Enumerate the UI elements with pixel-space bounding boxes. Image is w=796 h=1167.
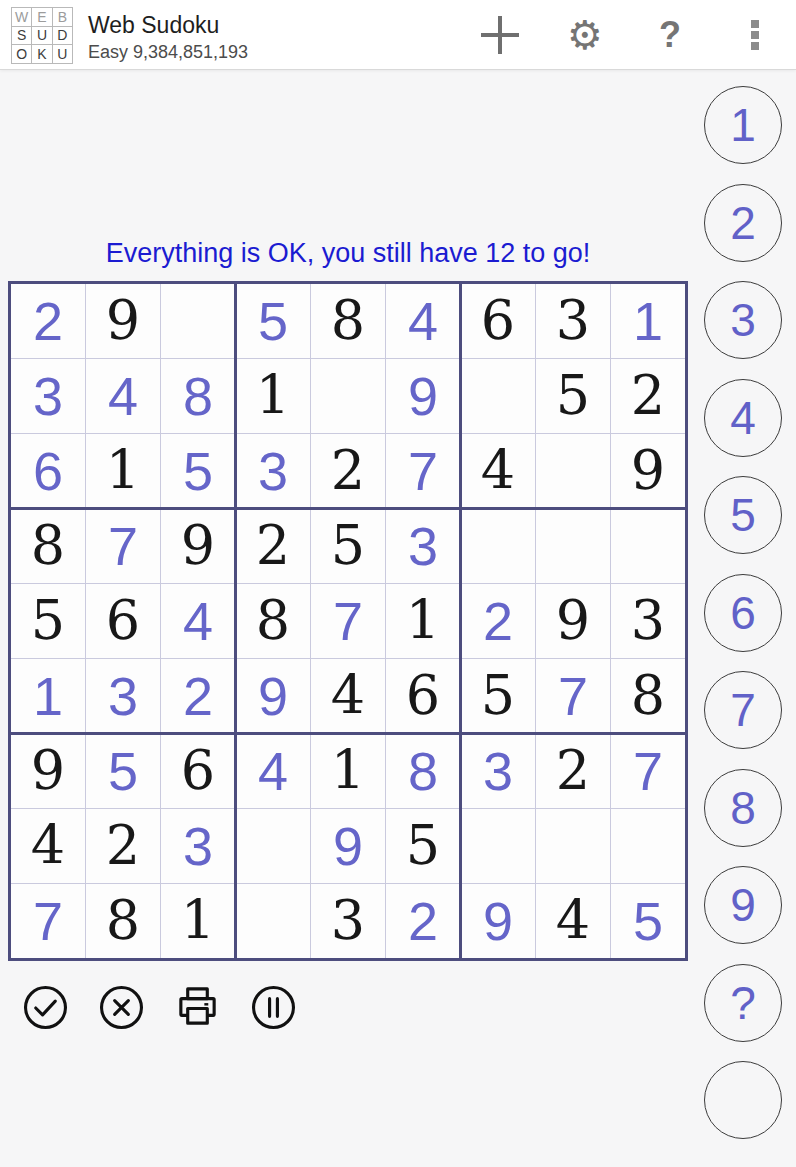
logo-letter-u: U [32,27,51,45]
cell-r6c9[interactable]: 8 [611,659,685,733]
plus-icon [481,16,519,54]
cell-r4c3[interactable]: 9 [161,509,235,583]
cell-r2c5[interactable] [311,359,385,433]
logo-letter-b: B [53,8,72,26]
cell-r9c3[interactable]: 1 [161,884,235,958]
cell-r8c5[interactable]: 9 [311,809,385,883]
cell-r5c1[interactable]: 5 [11,584,85,658]
logo-letter-k: K [32,45,51,63]
cell-r2c6[interactable]: 9 [386,359,460,433]
cell-r1c9[interactable]: 1 [611,284,685,358]
question-icon: ? [659,14,681,56]
logo-letter-w: W [12,8,31,26]
cell-r3c2[interactable]: 1 [86,434,160,508]
erase-button[interactable] [704,1061,782,1139]
cell-r5c7[interactable]: 2 [461,584,535,658]
cell-r2c1[interactable]: 3 [11,359,85,433]
cell-r7c3[interactable]: 6 [161,734,235,808]
cell-r8c2[interactable]: 2 [86,809,160,883]
overflow-dots-icon [751,20,759,50]
cell-r2c4[interactable]: 1 [236,359,310,433]
cell-r3c8[interactable] [536,434,610,508]
app-title: Web Sudoku [88,12,248,39]
cell-r1c1[interactable]: 2 [11,284,85,358]
cell-r9c2[interactable]: 8 [86,884,160,958]
unknown-button[interactable]: ? [704,964,782,1042]
number-button-6[interactable]: 6 [704,574,782,652]
box-divider-horizontal-1 [11,507,685,510]
cell-r4c4[interactable]: 2 [236,509,310,583]
cell-r4c8[interactable] [536,509,610,583]
cell-r5c5[interactable]: 7 [311,584,385,658]
cell-r1c5[interactable]: 8 [311,284,385,358]
overflow-menu-button[interactable] [732,0,778,70]
cell-r5c6[interactable]: 1 [386,584,460,658]
cell-r4c6[interactable]: 3 [386,509,460,583]
pause-button[interactable] [250,984,297,1031]
cell-r4c1[interactable]: 8 [11,509,85,583]
cell-r9c6[interactable]: 2 [386,884,460,958]
cell-r8c4[interactable] [236,809,310,883]
print-button[interactable] [174,984,221,1031]
cell-r8c6[interactable]: 5 [386,809,460,883]
logo-letter-d: D [53,27,72,45]
cell-r3c5[interactable]: 2 [311,434,385,508]
sudoku-board: 2958463134819526153274987925356487129313… [8,281,688,961]
cell-r9c1[interactable]: 7 [11,884,85,958]
cell-r2c3[interactable]: 8 [161,359,235,433]
cell-r6c6[interactable]: 6 [386,659,460,733]
cell-r6c2[interactable]: 3 [86,659,160,733]
cell-r6c7[interactable]: 5 [461,659,535,733]
settings-button[interactable]: ⚙ [562,0,608,70]
check-circle-icon [22,984,69,1031]
cell-r3c3[interactable]: 5 [161,434,235,508]
number-button-4[interactable]: 4 [704,379,782,457]
cell-r8c1[interactable]: 4 [11,809,85,883]
cell-r9c9[interactable]: 5 [611,884,685,958]
cell-r6c3[interactable]: 2 [161,659,235,733]
cell-r2c8[interactable]: 5 [536,359,610,433]
box-divider-vertical-1 [234,284,237,958]
cell-r5c8[interactable]: 9 [536,584,610,658]
cell-r7c4[interactable]: 4 [236,734,310,808]
cell-r3c9[interactable]: 9 [611,434,685,508]
cell-r9c8[interactable]: 4 [536,884,610,958]
cell-r7c8[interactable]: 2 [536,734,610,808]
cell-r3c1[interactable]: 6 [11,434,85,508]
cell-r4c5[interactable]: 5 [311,509,385,583]
number-button-2[interactable]: 2 [704,184,782,262]
cell-r1c7[interactable]: 6 [461,284,535,358]
cell-r7c2[interactable]: 5 [86,734,160,808]
number-button-5[interactable]: 5 [704,476,782,554]
number-button-1[interactable]: 1 [704,86,782,164]
cell-r5c9[interactable]: 3 [611,584,685,658]
title-block: Web Sudoku Easy 9,384,851,193 [88,12,248,63]
puzzle-subtitle: Easy 9,384,851,193 [88,42,248,63]
cell-r7c1[interactable]: 9 [11,734,85,808]
cell-r5c4[interactable]: 8 [236,584,310,658]
cell-r6c4[interactable]: 9 [236,659,310,733]
clear-button[interactable] [98,984,145,1031]
number-button-7[interactable]: 7 [704,671,782,749]
cell-r8c9[interactable] [611,809,685,883]
check-button[interactable] [22,984,69,1031]
cell-r7c7[interactable]: 3 [461,734,535,808]
logo-letter-o: O [12,45,31,63]
cell-r1c2[interactable]: 9 [86,284,160,358]
bottom-toolbar [22,984,297,1031]
cell-r9c7[interactable]: 9 [461,884,535,958]
cell-r4c9[interactable] [611,509,685,583]
box-divider-horizontal-2 [11,732,685,735]
number-button-9[interactable]: 9 [704,866,782,944]
cell-r1c3[interactable] [161,284,235,358]
cell-r7c6[interactable]: 8 [386,734,460,808]
cell-r8c8[interactable] [536,809,610,883]
cell-r3c6[interactable]: 7 [386,434,460,508]
cell-r5c3[interactable]: 4 [161,584,235,658]
cell-r3c7[interactable]: 4 [461,434,535,508]
logo-letter-s: S [12,27,31,45]
cell-r2c2[interactable]: 4 [86,359,160,433]
cell-r6c1[interactable]: 1 [11,659,85,733]
cell-r6c5[interactable]: 4 [311,659,385,733]
logo-letter-u: U [53,45,72,63]
cell-r5c2[interactable]: 6 [86,584,160,658]
cell-r1c6[interactable]: 4 [386,284,460,358]
web-sudoku-logo: WEBSUDOKU [11,7,73,64]
cell-r1c8[interactable]: 3 [536,284,610,358]
logo-letter-e: E [32,8,51,26]
cell-r8c3[interactable]: 3 [161,809,235,883]
status-message: Everything is OK, you still have 12 to g… [8,238,688,269]
new-puzzle-button[interactable] [477,0,523,70]
app-bar: WEBSUDOKU Web Sudoku Easy 9,384,851,193 … [0,0,796,70]
cell-r2c9[interactable]: 2 [611,359,685,433]
printer-icon [174,984,221,1031]
cell-r9c4[interactable] [236,884,310,958]
cell-r6c8[interactable]: 7 [536,659,610,733]
help-button[interactable]: ? [647,0,693,70]
cell-r8c7[interactable] [461,809,535,883]
cell-r7c9[interactable]: 7 [611,734,685,808]
cell-r4c7[interactable] [461,509,535,583]
cell-r1c4[interactable]: 5 [236,284,310,358]
number-button-3[interactable]: 3 [704,281,782,359]
cell-r9c5[interactable]: 3 [311,884,385,958]
cell-r4c2[interactable]: 7 [86,509,160,583]
pause-circle-icon [250,984,297,1031]
number-button-8[interactable]: 8 [704,769,782,847]
cell-r2c7[interactable] [461,359,535,433]
cell-r7c5[interactable]: 1 [311,734,385,808]
box-divider-vertical-2 [459,284,462,958]
gear-icon: ⚙ [567,15,603,55]
x-circle-icon [98,984,145,1031]
cell-r3c4[interactable]: 3 [236,434,310,508]
